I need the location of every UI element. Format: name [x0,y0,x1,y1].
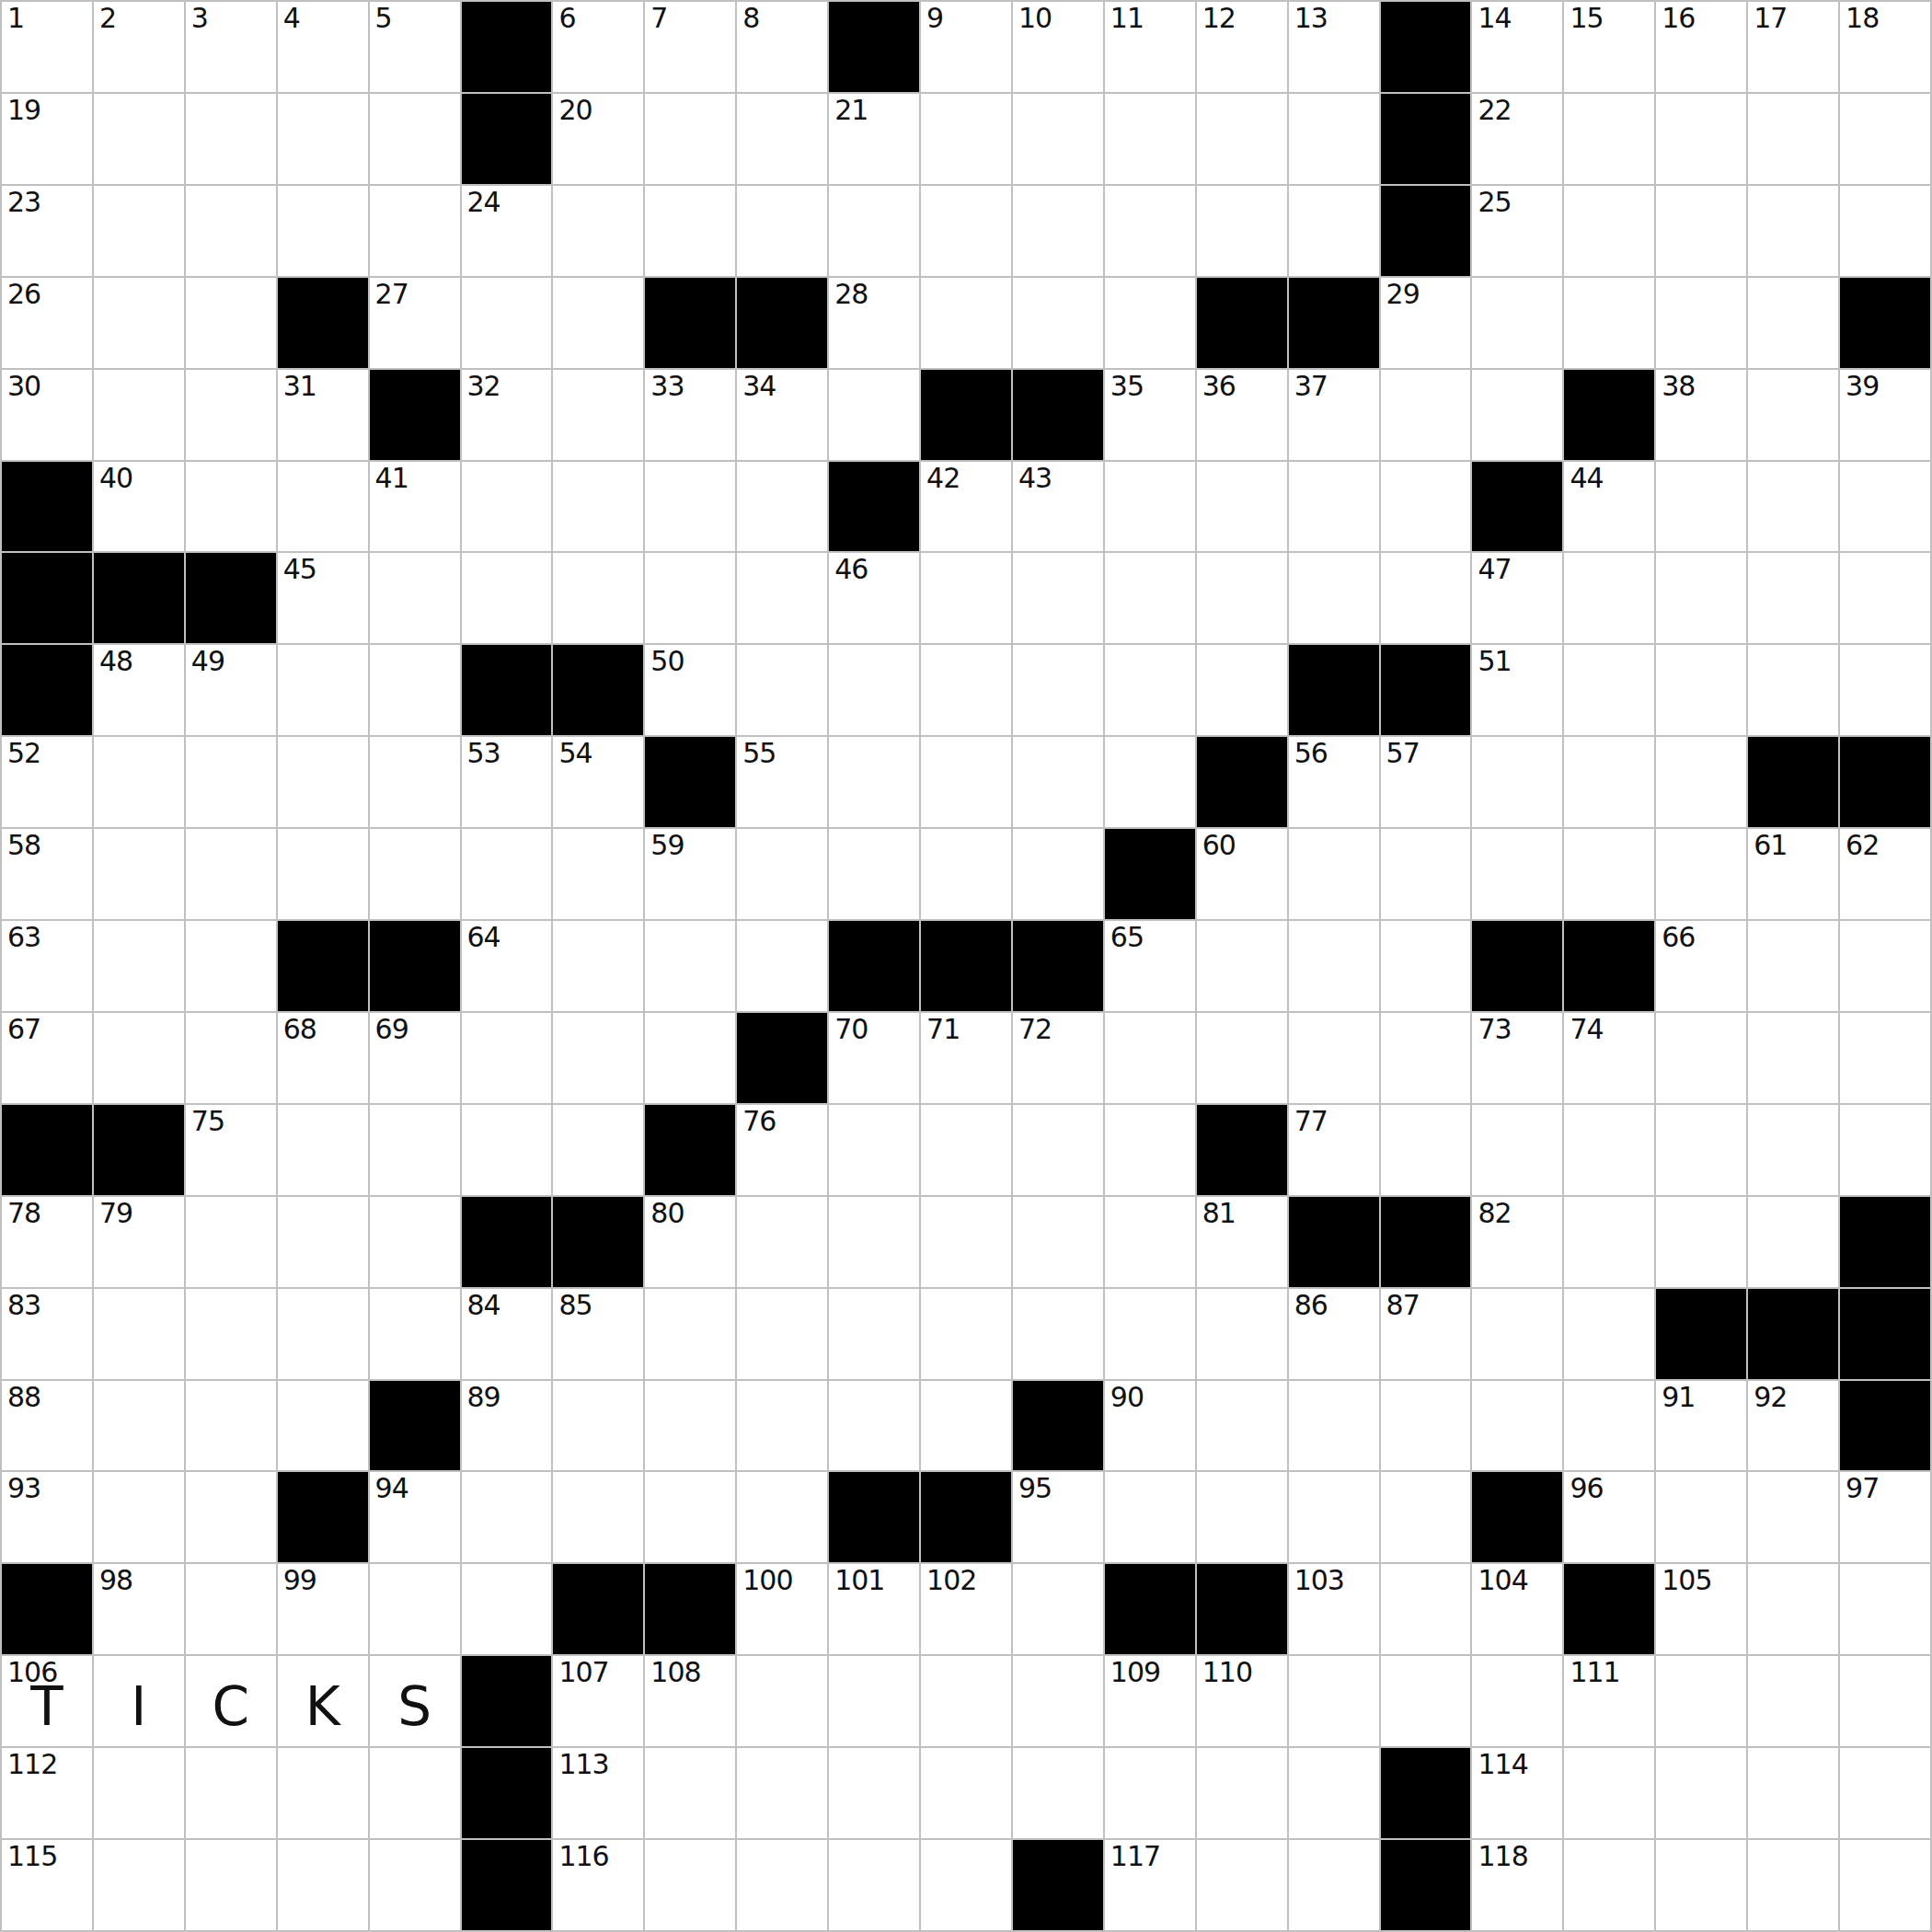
cell-r10c0[interactable]: 63 [2,921,92,1011]
cell-r5c7[interactable] [645,462,735,552]
cell-r1c19[interactable] [1748,94,1838,184]
cell-r14c6[interactable]: 85 [553,1289,643,1379]
cell-r12c11[interactable] [1013,1105,1103,1195]
cell-r15c8[interactable] [737,1381,827,1471]
cell-r9c15[interactable] [1381,829,1471,919]
cell-r2c5[interactable]: 24 [462,186,552,276]
cell-r13c10[interactable] [921,1197,1011,1287]
cell-r14c3[interactable] [278,1289,368,1379]
cell-r12c14[interactable]: 77 [1289,1105,1379,1195]
cell-r12c19[interactable] [1748,1105,1838,1195]
cell-r17c18[interactable]: 105 [1656,1564,1746,1654]
cell-r18c17[interactable]: 111 [1564,1656,1654,1746]
cell-r18c3[interactable]: K [278,1656,368,1746]
cell-r1c11[interactable] [1013,94,1103,184]
cell-r4c15[interactable] [1381,370,1471,460]
cell-r9c20[interactable]: 62 [1840,829,1930,919]
cell-r11c9[interactable]: 70 [829,1013,919,1103]
cell-r3c9[interactable]: 28 [829,278,919,368]
cell-r19c10[interactable] [921,1748,1011,1838]
cell-r7c13[interactable] [1197,645,1287,735]
cell-r7c3[interactable] [278,645,368,735]
cell-r1c8[interactable] [737,94,827,184]
cell-r11c4[interactable]: 69 [370,1013,460,1103]
cell-r9c10[interactable] [921,829,1011,919]
cell-r10c8[interactable] [737,921,827,1011]
cell-r18c8[interactable] [737,1656,827,1746]
cell-r17c5[interactable] [462,1564,552,1654]
cell-r14c12[interactable] [1105,1289,1195,1379]
cell-r20c13[interactable] [1197,1840,1287,1930]
cell-r15c12[interactable]: 90 [1105,1381,1195,1471]
cell-r12c3[interactable] [278,1105,368,1195]
cell-r14c1[interactable] [94,1289,184,1379]
cell-r1c0[interactable]: 19 [2,94,92,184]
cell-r10c12[interactable]: 65 [1105,921,1195,1011]
cell-r8c9[interactable] [829,737,919,827]
cell-r9c0[interactable]: 58 [2,829,92,919]
cell-r7c4[interactable] [370,645,460,735]
cell-r19c9[interactable] [829,1748,919,1838]
cell-r1c7[interactable] [645,94,735,184]
cell-r13c18[interactable] [1656,1197,1746,1287]
cell-r15c15[interactable] [1381,1381,1471,1471]
cell-r18c4[interactable]: S [370,1656,460,1746]
cell-r6c14[interactable] [1289,553,1379,643]
cell-r14c11[interactable] [1013,1289,1103,1379]
cell-r1c18[interactable] [1656,94,1746,184]
cell-r8c15[interactable]: 57 [1381,737,1471,827]
cell-r7c16[interactable]: 51 [1472,645,1562,735]
cell-r9c4[interactable] [370,829,460,919]
cell-r0c4[interactable]: 5 [370,2,460,92]
cell-r0c20[interactable]: 18 [1840,2,1930,92]
cell-r18c18[interactable] [1656,1656,1746,1746]
cell-r7c17[interactable] [1564,645,1654,735]
cell-r6c9[interactable]: 46 [829,553,919,643]
cell-r2c17[interactable] [1564,186,1654,276]
cell-r16c20[interactable]: 97 [1840,1472,1930,1562]
cell-r10c13[interactable] [1197,921,1287,1011]
cell-r8c10[interactable] [921,737,1011,827]
cell-r8c16[interactable] [1472,737,1562,827]
cell-r13c0[interactable]: 78 [2,1197,92,1287]
cell-r6c13[interactable] [1197,553,1287,643]
cell-r14c0[interactable]: 83 [2,1289,92,1379]
cell-r17c19[interactable] [1748,1564,1838,1654]
cell-r19c11[interactable] [1013,1748,1103,1838]
cell-r7c10[interactable] [921,645,1011,735]
cell-r8c17[interactable] [1564,737,1654,827]
cell-r11c12[interactable] [1105,1013,1195,1103]
cell-r6c18[interactable] [1656,553,1746,643]
cell-r13c3[interactable] [278,1197,368,1287]
cell-r17c4[interactable] [370,1564,460,1654]
cell-r3c10[interactable] [921,278,1011,368]
cell-r14c9[interactable] [829,1289,919,1379]
cell-r9c14[interactable] [1289,829,1379,919]
cell-r17c11[interactable] [1013,1564,1103,1654]
cell-r7c19[interactable] [1748,645,1838,735]
cell-r13c11[interactable] [1013,1197,1103,1287]
cell-r7c2[interactable]: 49 [186,645,276,735]
cell-r19c20[interactable] [1840,1748,1930,1838]
cell-r4c20[interactable]: 39 [1840,370,1930,460]
cell-r9c9[interactable] [829,829,919,919]
cell-r1c16[interactable]: 22 [1472,94,1562,184]
cell-r1c1[interactable] [94,94,184,184]
cell-r8c18[interactable] [1656,737,1746,827]
cell-r20c16[interactable]: 118 [1472,1840,1562,1930]
cell-r4c18[interactable]: 38 [1656,370,1746,460]
cell-r16c7[interactable] [645,1472,735,1562]
cell-r10c5[interactable]: 64 [462,921,552,1011]
cell-r9c16[interactable] [1472,829,1562,919]
cell-r11c19[interactable] [1748,1013,1838,1103]
cell-r19c19[interactable] [1748,1748,1838,1838]
cell-r11c20[interactable] [1840,1013,1930,1103]
cell-r14c8[interactable] [737,1289,827,1379]
cell-r4c7[interactable]: 33 [645,370,735,460]
cell-r5c2[interactable] [186,462,276,552]
cell-r2c13[interactable] [1197,186,1287,276]
cell-r19c4[interactable] [370,1748,460,1838]
cell-r20c20[interactable] [1840,1840,1930,1930]
cell-r3c16[interactable] [1472,278,1562,368]
cell-r5c17[interactable]: 44 [1564,462,1654,552]
cell-r5c14[interactable] [1289,462,1379,552]
cell-r16c4[interactable]: 94 [370,1472,460,1562]
cell-r15c10[interactable] [921,1381,1011,1471]
cell-r6c15[interactable] [1381,553,1471,643]
cell-r14c2[interactable] [186,1289,276,1379]
cell-r19c12[interactable] [1105,1748,1195,1838]
cell-r1c12[interactable] [1105,94,1195,184]
cell-r6c3[interactable]: 45 [278,553,368,643]
cell-r6c4[interactable] [370,553,460,643]
cell-r16c5[interactable] [462,1472,552,1562]
cell-r3c17[interactable] [1564,278,1654,368]
cell-r2c12[interactable] [1105,186,1195,276]
cell-r2c14[interactable] [1289,186,1379,276]
cell-r18c11[interactable] [1013,1656,1103,1746]
cell-r8c6[interactable]: 54 [553,737,643,827]
cell-r20c19[interactable] [1748,1840,1838,1930]
cell-r9c19[interactable]: 61 [1748,829,1838,919]
cell-r12c5[interactable] [462,1105,552,1195]
cell-r6c16[interactable]: 47 [1472,553,1562,643]
cell-r17c20[interactable] [1840,1564,1930,1654]
cell-r1c6[interactable]: 20 [553,94,643,184]
cell-r6c20[interactable] [1840,553,1930,643]
cell-r2c16[interactable]: 25 [1472,186,1562,276]
cell-r1c4[interactable] [370,94,460,184]
cell-r9c5[interactable] [462,829,552,919]
cell-r19c16[interactable]: 114 [1472,1748,1562,1838]
cell-r20c3[interactable] [278,1840,368,1930]
cell-r14c16[interactable] [1472,1289,1562,1379]
cell-r8c12[interactable] [1105,737,1195,827]
cell-r15c13[interactable] [1197,1381,1287,1471]
cell-r10c15[interactable] [1381,921,1471,1011]
cell-r11c7[interactable] [645,1013,735,1103]
cell-r7c12[interactable] [1105,645,1195,735]
cell-r4c14[interactable]: 37 [1289,370,1379,460]
cell-r3c4[interactable]: 27 [370,278,460,368]
cell-r3c1[interactable] [94,278,184,368]
cell-r8c0[interactable]: 52 [2,737,92,827]
cell-r9c13[interactable]: 60 [1197,829,1287,919]
cell-r20c1[interactable] [94,1840,184,1930]
cell-r2c9[interactable] [829,186,919,276]
cell-r18c20[interactable] [1840,1656,1930,1746]
cell-r1c3[interactable] [278,94,368,184]
cell-r13c17[interactable] [1564,1197,1654,1287]
cell-r9c8[interactable] [737,829,827,919]
cell-r14c10[interactable] [921,1289,1011,1379]
cell-r1c14[interactable] [1289,94,1379,184]
cell-r15c1[interactable] [94,1381,184,1471]
cell-r15c3[interactable] [278,1381,368,1471]
cell-r20c7[interactable] [645,1840,735,1930]
cell-r11c13[interactable] [1197,1013,1287,1103]
cell-r14c4[interactable] [370,1289,460,1379]
cell-r1c2[interactable] [186,94,276,184]
cell-r8c5[interactable]: 53 [462,737,552,827]
cell-r7c20[interactable] [1840,645,1930,735]
cell-r0c1[interactable]: 2 [94,2,184,92]
cell-r1c13[interactable] [1197,94,1287,184]
cell-r9c7[interactable]: 59 [645,829,735,919]
cell-r13c7[interactable]: 80 [645,1197,735,1287]
cell-r2c6[interactable] [553,186,643,276]
cell-r5c4[interactable]: 41 [370,462,460,552]
cell-r18c14[interactable] [1289,1656,1379,1746]
cell-r1c10[interactable] [921,94,1011,184]
cell-r7c1[interactable]: 48 [94,645,184,735]
cell-r11c1[interactable] [94,1013,184,1103]
cell-r3c0[interactable]: 26 [2,278,92,368]
cell-r8c4[interactable] [370,737,460,827]
cell-r6c10[interactable] [921,553,1011,643]
cell-r17c8[interactable]: 100 [737,1564,827,1654]
cell-r12c17[interactable] [1564,1105,1654,1195]
cell-r20c2[interactable] [186,1840,276,1930]
cell-r16c2[interactable] [186,1472,276,1562]
cell-r14c15[interactable]: 87 [1381,1289,1471,1379]
cell-r3c11[interactable] [1013,278,1103,368]
cell-r1c20[interactable] [1840,94,1930,184]
cell-r11c11[interactable]: 72 [1013,1013,1103,1103]
cell-r19c18[interactable] [1656,1748,1746,1838]
cell-r14c7[interactable] [645,1289,735,1379]
cell-r5c8[interactable] [737,462,827,552]
cell-r15c0[interactable]: 88 [2,1381,92,1471]
cell-r18c10[interactable] [921,1656,1011,1746]
cell-r12c6[interactable] [553,1105,643,1195]
cell-r20c8[interactable] [737,1840,827,1930]
cell-r13c13[interactable]: 81 [1197,1197,1287,1287]
cell-r16c0[interactable]: 93 [2,1472,92,1562]
cell-r18c7[interactable]: 108 [645,1656,735,1746]
cell-r18c6[interactable]: 107 [553,1656,643,1746]
cell-r20c18[interactable] [1656,1840,1746,1930]
cell-r10c19[interactable] [1748,921,1838,1011]
cell-r10c7[interactable] [645,921,735,1011]
cell-r17c1[interactable]: 98 [94,1564,184,1654]
cell-r0c3[interactable]: 4 [278,2,368,92]
cell-r2c2[interactable] [186,186,276,276]
cell-r12c16[interactable] [1472,1105,1562,1195]
cell-r18c19[interactable] [1748,1656,1838,1746]
cell-r11c6[interactable] [553,1013,643,1103]
cell-r9c17[interactable] [1564,829,1654,919]
cell-r15c6[interactable] [553,1381,643,1471]
cell-r18c9[interactable] [829,1656,919,1746]
cell-r3c18[interactable] [1656,278,1746,368]
cell-r11c0[interactable]: 67 [2,1013,92,1103]
cell-r0c13[interactable]: 12 [1197,2,1287,92]
cell-r16c19[interactable] [1748,1472,1838,1562]
cell-r2c3[interactable] [278,186,368,276]
cell-r11c3[interactable]: 68 [278,1013,368,1103]
cell-r19c14[interactable] [1289,1748,1379,1838]
cell-r1c9[interactable]: 21 [829,94,919,184]
cell-r16c13[interactable] [1197,1472,1287,1562]
cell-r5c12[interactable] [1105,462,1195,552]
cell-r4c6[interactable] [553,370,643,460]
cell-r2c8[interactable] [737,186,827,276]
cell-r16c6[interactable] [553,1472,643,1562]
cell-r4c16[interactable] [1472,370,1562,460]
cell-r10c20[interactable] [1840,921,1930,1011]
cell-r12c15[interactable] [1381,1105,1471,1195]
cell-r13c9[interactable] [829,1197,919,1287]
cell-r15c19[interactable]: 92 [1748,1381,1838,1471]
cell-r7c8[interactable] [737,645,827,735]
cell-r19c7[interactable] [645,1748,735,1838]
cell-r12c2[interactable]: 75 [186,1105,276,1195]
cell-r6c11[interactable] [1013,553,1103,643]
cell-r3c12[interactable] [1105,278,1195,368]
cell-r12c9[interactable] [829,1105,919,1195]
cell-r4c5[interactable]: 32 [462,370,552,460]
cell-r7c9[interactable] [829,645,919,735]
cell-r20c0[interactable]: 115 [2,1840,92,1930]
cell-r4c8[interactable]: 34 [737,370,827,460]
cell-r8c2[interactable] [186,737,276,827]
cell-r16c14[interactable] [1289,1472,1379,1562]
cell-r4c12[interactable]: 35 [1105,370,1195,460]
cell-r3c5[interactable] [462,278,552,368]
cell-r16c18[interactable] [1656,1472,1746,1562]
cell-r9c18[interactable] [1656,829,1746,919]
cell-r17c2[interactable] [186,1564,276,1654]
cell-r8c11[interactable] [1013,737,1103,827]
cell-r2c7[interactable] [645,186,735,276]
cell-r12c12[interactable] [1105,1105,1195,1195]
cell-r19c3[interactable] [278,1748,368,1838]
cell-r2c18[interactable] [1656,186,1746,276]
cell-r0c17[interactable]: 15 [1564,2,1654,92]
cell-r4c1[interactable] [94,370,184,460]
cell-r5c18[interactable] [1656,462,1746,552]
cell-r4c19[interactable] [1748,370,1838,460]
cell-r0c2[interactable]: 3 [186,2,276,92]
cell-r20c9[interactable] [829,1840,919,1930]
cell-r18c12[interactable]: 109 [1105,1656,1195,1746]
cell-r20c12[interactable]: 117 [1105,1840,1195,1930]
cell-r5c11[interactable]: 43 [1013,462,1103,552]
cell-r0c7[interactable]: 7 [645,2,735,92]
cell-r12c18[interactable] [1656,1105,1746,1195]
cell-r11c15[interactable] [1381,1013,1471,1103]
cell-r10c6[interactable] [553,921,643,1011]
cell-r16c17[interactable]: 96 [1564,1472,1654,1562]
cell-r15c17[interactable] [1564,1381,1654,1471]
cell-r6c8[interactable] [737,553,827,643]
cell-r8c3[interactable] [278,737,368,827]
cell-r16c12[interactable] [1105,1472,1195,1562]
cell-r5c15[interactable] [1381,462,1471,552]
cell-r9c11[interactable] [1013,829,1103,919]
cell-r3c2[interactable] [186,278,276,368]
cell-r17c16[interactable]: 104 [1472,1564,1562,1654]
cell-r8c1[interactable] [94,737,184,827]
cell-r7c11[interactable] [1013,645,1103,735]
cell-r5c1[interactable]: 40 [94,462,184,552]
cell-r3c6[interactable] [553,278,643,368]
cell-r6c17[interactable] [1564,553,1654,643]
cell-r12c4[interactable] [370,1105,460,1195]
cell-r0c16[interactable]: 14 [1472,2,1562,92]
cell-r6c6[interactable] [553,553,643,643]
cell-r8c14[interactable]: 56 [1289,737,1379,827]
cell-r11c18[interactable] [1656,1013,1746,1103]
cell-r12c10[interactable] [921,1105,1011,1195]
cell-r17c14[interactable]: 103 [1289,1564,1379,1654]
cell-r11c14[interactable] [1289,1013,1379,1103]
cell-r19c2[interactable] [186,1748,276,1838]
cell-r13c19[interactable] [1748,1197,1838,1287]
cell-r14c5[interactable]: 84 [462,1289,552,1379]
cell-r6c19[interactable] [1748,553,1838,643]
cell-r11c10[interactable]: 71 [921,1013,1011,1103]
cell-r2c19[interactable] [1748,186,1838,276]
cell-r20c6[interactable]: 116 [553,1840,643,1930]
cell-r3c15[interactable]: 29 [1381,278,1471,368]
cell-r0c19[interactable]: 17 [1748,2,1838,92]
cell-r5c20[interactable] [1840,462,1930,552]
cell-r11c16[interactable]: 73 [1472,1013,1562,1103]
cell-r19c0[interactable]: 112 [2,1748,92,1838]
cell-r2c10[interactable] [921,186,1011,276]
cell-r2c4[interactable] [370,186,460,276]
cell-r12c8[interactable]: 76 [737,1105,827,1195]
cell-r16c1[interactable] [94,1472,184,1562]
cell-r15c5[interactable]: 89 [462,1381,552,1471]
cell-r20c10[interactable] [921,1840,1011,1930]
cell-r18c2[interactable]: C [186,1656,276,1746]
cell-r1c17[interactable] [1564,94,1654,184]
cell-r9c2[interactable] [186,829,276,919]
cell-r7c7[interactable]: 50 [645,645,735,735]
cell-r10c18[interactable]: 66 [1656,921,1746,1011]
cell-r13c2[interactable] [186,1197,276,1287]
cell-r5c5[interactable] [462,462,552,552]
cell-r0c10[interactable]: 9 [921,2,1011,92]
cell-r15c18[interactable]: 91 [1656,1381,1746,1471]
